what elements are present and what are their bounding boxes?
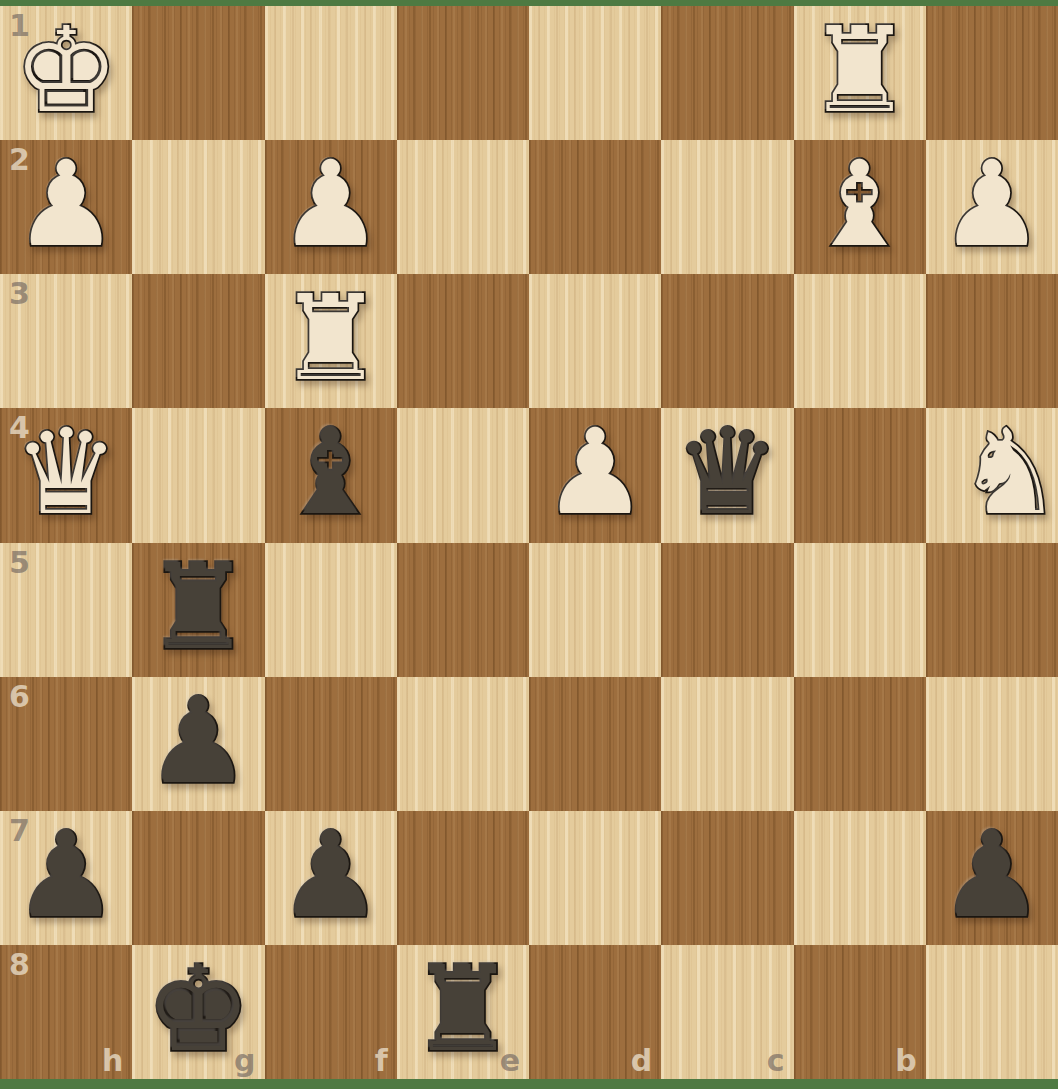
square-g7[interactable] [132, 811, 264, 945]
square-f1[interactable] [265, 6, 397, 140]
piece-black-rook[interactable]: ♜ [145, 548, 251, 666]
square-g8[interactable]: g♚ [132, 945, 264, 1079]
square-g4[interactable] [132, 408, 264, 542]
square-c2[interactable] [661, 140, 793, 274]
piece-white-rook[interactable]: ♜ [807, 11, 913, 129]
square-b5[interactable] [794, 543, 926, 677]
square-d1[interactable] [529, 6, 661, 140]
square-h2[interactable]: 2♟ [0, 140, 132, 274]
square-a4[interactable]: ♞ [926, 408, 1058, 542]
square-b4[interactable] [794, 408, 926, 542]
square-e8[interactable]: e♜ [397, 945, 529, 1079]
square-a8[interactable] [926, 945, 1058, 1079]
square-b1[interactable]: ♜ [794, 6, 926, 140]
square-h5[interactable]: 5 [0, 543, 132, 677]
square-a5[interactable] [926, 543, 1058, 677]
square-a2[interactable]: ♟ [926, 140, 1058, 274]
square-d8[interactable]: d [529, 945, 661, 1079]
square-a7[interactable]: ♟ [926, 811, 1058, 945]
square-f2[interactable]: ♟ [265, 140, 397, 274]
rank-label-5: 5 [9, 548, 30, 578]
square-h6[interactable]: 6 [0, 677, 132, 811]
square-d2[interactable] [529, 140, 661, 274]
square-h4[interactable]: 4♛ [0, 408, 132, 542]
file-label-h: h [102, 1046, 123, 1076]
square-e7[interactable] [397, 811, 529, 945]
rank-label-8: 8 [9, 950, 30, 980]
file-label-d: d [631, 1046, 652, 1076]
square-d3[interactable] [529, 274, 661, 408]
piece-white-pawn[interactable]: ♟ [542, 413, 648, 531]
square-g3[interactable] [132, 274, 264, 408]
file-label-b: b [895, 1046, 916, 1076]
square-h3[interactable]: 3 [0, 274, 132, 408]
square-c8[interactable]: c [661, 945, 793, 1079]
piece-black-pawn[interactable]: ♟ [278, 816, 384, 934]
square-h8[interactable]: 8h [0, 945, 132, 1079]
square-f8[interactable]: f [265, 945, 397, 1079]
square-b3[interactable] [794, 274, 926, 408]
square-e6[interactable] [397, 677, 529, 811]
piece-white-bishop[interactable]: ♝ [807, 145, 913, 263]
piece-white-pawn[interactable]: ♟ [939, 145, 1045, 263]
square-b6[interactable] [794, 677, 926, 811]
square-c6[interactable] [661, 677, 793, 811]
square-b8[interactable]: b [794, 945, 926, 1079]
piece-black-queen[interactable]: ♛ [674, 413, 780, 531]
square-b7[interactable] [794, 811, 926, 945]
piece-white-pawn[interactable]: ♟ [13, 145, 119, 263]
piece-white-pawn[interactable]: ♟ [278, 145, 384, 263]
square-c1[interactable] [661, 6, 793, 140]
square-a6[interactable] [926, 677, 1058, 811]
board-frame: 1♚♜2♟♟♝♟3♜4♛♝♟♛♞5♜6♟7♟♟♟8hg♚fe♜dcb [0, 0, 1058, 1089]
square-f3[interactable]: ♜ [265, 274, 397, 408]
square-c4[interactable]: ♛ [661, 408, 793, 542]
chess-board: 1♚♜2♟♟♝♟3♜4♛♝♟♛♞5♜6♟7♟♟♟8hg♚fe♜dcb [0, 6, 1058, 1079]
piece-black-pawn[interactable]: ♟ [13, 816, 119, 934]
square-e4[interactable] [397, 408, 529, 542]
square-e3[interactable] [397, 274, 529, 408]
square-f6[interactable] [265, 677, 397, 811]
piece-white-queen[interactable]: ♛ [13, 413, 119, 531]
square-d6[interactable] [529, 677, 661, 811]
square-e2[interactable] [397, 140, 529, 274]
file-label-f: f [375, 1046, 388, 1076]
piece-white-rook[interactable]: ♜ [278, 279, 384, 397]
piece-black-pawn[interactable]: ♟ [939, 816, 1045, 934]
square-h1[interactable]: 1♚ [0, 6, 132, 140]
piece-black-rook[interactable]: ♜ [410, 950, 516, 1068]
piece-white-knight[interactable]: ♞ [957, 413, 1058, 531]
piece-white-king[interactable]: ♚ [13, 11, 119, 129]
square-e5[interactable] [397, 543, 529, 677]
square-e1[interactable] [397, 6, 529, 140]
square-d5[interactable] [529, 543, 661, 677]
piece-black-pawn[interactable]: ♟ [145, 682, 251, 800]
square-h7[interactable]: 7♟ [0, 811, 132, 945]
square-f4[interactable]: ♝ [265, 408, 397, 542]
rank-label-3: 3 [9, 279, 30, 309]
rank-label-6: 6 [9, 682, 30, 712]
piece-black-bishop[interactable]: ♝ [278, 413, 384, 531]
square-d4[interactable]: ♟ [529, 408, 661, 542]
square-c7[interactable] [661, 811, 793, 945]
file-label-c: c [767, 1046, 785, 1076]
square-c5[interactable] [661, 543, 793, 677]
square-a1[interactable] [926, 6, 1058, 140]
square-g5[interactable]: ♜ [132, 543, 264, 677]
square-b2[interactable]: ♝ [794, 140, 926, 274]
square-f7[interactable]: ♟ [265, 811, 397, 945]
square-g2[interactable] [132, 140, 264, 274]
square-g1[interactable] [132, 6, 264, 140]
square-g6[interactable]: ♟ [132, 677, 264, 811]
square-a3[interactable] [926, 274, 1058, 408]
square-c3[interactable] [661, 274, 793, 408]
square-d7[interactable] [529, 811, 661, 945]
piece-black-king[interactable]: ♚ [145, 950, 251, 1068]
square-f5[interactable] [265, 543, 397, 677]
